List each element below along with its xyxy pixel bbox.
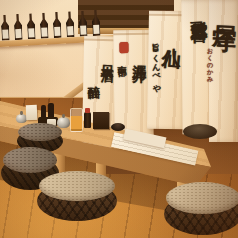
izakaya-room-photo: 日本酒 醉仙 澤乃井 南部 八仙 旨しくんべや 飛露喜 屋守 おくのかみ: [0, 0, 238, 238]
floor-cushion: [37, 181, 117, 221]
cushion-top: [18, 123, 61, 141]
soy-sauce-bottle: [84, 112, 91, 128]
floor-cushion: [164, 193, 238, 235]
menu-stand: [26, 105, 38, 120]
drink-glass: [70, 108, 83, 132]
cushion-top: [39, 171, 114, 201]
cushion-top: [166, 182, 238, 214]
call-bell-icon: [57, 117, 70, 128]
menu-box: [93, 112, 109, 129]
cushion-top: [3, 147, 58, 173]
